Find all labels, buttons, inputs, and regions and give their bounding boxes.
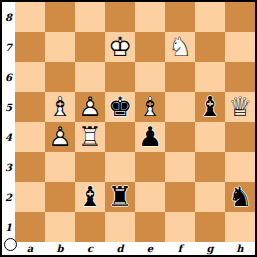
square-e1[interactable]	[135, 212, 165, 242]
piece-white-bishop: ♝♗	[45, 92, 75, 122]
square-g2[interactable]	[195, 182, 225, 212]
square-g1[interactable]	[195, 212, 225, 242]
square-a6[interactable]	[15, 62, 45, 92]
square-g4[interactable]	[195, 122, 225, 152]
square-b2[interactable]	[45, 182, 75, 212]
piece-white-queen: ♛♕	[225, 92, 255, 122]
rank-label-8: 8	[2, 2, 15, 32]
rank-label-4: 4	[2, 122, 15, 152]
square-c4[interactable]: ♜♖	[75, 122, 105, 152]
piece-white-pawn: ♟♙	[45, 122, 75, 152]
square-h7[interactable]	[225, 32, 255, 62]
square-c8[interactable]	[75, 2, 105, 32]
square-h4[interactable]	[225, 122, 255, 152]
square-f8[interactable]	[165, 2, 195, 32]
rank-labels: 87654321	[2, 2, 15, 242]
square-a1[interactable]	[15, 212, 45, 242]
square-e7[interactable]	[135, 32, 165, 62]
square-b3[interactable]	[45, 152, 75, 182]
white-piece-outline: ♗	[45, 92, 75, 122]
square-h1[interactable]	[225, 212, 255, 242]
square-f4[interactable]	[165, 122, 195, 152]
square-b1[interactable]	[45, 212, 75, 242]
square-d7[interactable]: ♚♔	[105, 32, 135, 62]
file-label-c: c	[75, 242, 105, 255]
square-c1[interactable]	[75, 212, 105, 242]
square-a2[interactable]	[15, 182, 45, 212]
square-a5[interactable]	[15, 92, 45, 122]
white-piece-outline: ♖	[75, 122, 105, 152]
square-d6[interactable]	[105, 62, 135, 92]
square-c5[interactable]: ♟♙	[75, 92, 105, 122]
square-f7[interactable]: ♞♘	[165, 32, 195, 62]
chess-board: ♚♔♞♘♝♗♟♙♚♝♗♝♛♕♟♙♜♖♟♝♜♞	[15, 2, 255, 242]
square-c6[interactable]	[75, 62, 105, 92]
file-labels: abcdefgh	[15, 242, 255, 255]
white-piece-outline: ♗	[135, 92, 165, 122]
rank-label-6: 6	[2, 62, 15, 92]
square-d3[interactable]	[105, 152, 135, 182]
square-f3[interactable]	[165, 152, 195, 182]
piece-black-bishop: ♝	[75, 182, 105, 212]
square-e8[interactable]	[135, 2, 165, 32]
square-g8[interactable]	[195, 2, 225, 32]
square-e6[interactable]	[135, 62, 165, 92]
square-a8[interactable]	[15, 2, 45, 32]
square-b4[interactable]: ♟♙	[45, 122, 75, 152]
piece-black-rook: ♜	[105, 182, 135, 212]
square-f2[interactable]	[165, 182, 195, 212]
square-d5[interactable]: ♚	[105, 92, 135, 122]
square-d8[interactable]	[105, 2, 135, 32]
white-piece-outline: ♘	[165, 32, 195, 62]
rank-label-3: 3	[2, 152, 15, 182]
square-d2[interactable]: ♜	[105, 182, 135, 212]
piece-white-king: ♚♔	[105, 32, 135, 62]
file-label-e: e	[135, 242, 165, 255]
square-c2[interactable]: ♝	[75, 182, 105, 212]
square-g3[interactable]	[195, 152, 225, 182]
square-h6[interactable]	[225, 62, 255, 92]
square-f5[interactable]	[165, 92, 195, 122]
piece-white-rook: ♜♖	[75, 122, 105, 152]
rank-label-5: 5	[2, 92, 15, 122]
square-h3[interactable]	[225, 152, 255, 182]
square-e4[interactable]: ♟	[135, 122, 165, 152]
square-h2[interactable]: ♞	[225, 182, 255, 212]
square-e3[interactable]	[135, 152, 165, 182]
rank-label-7: 7	[2, 32, 15, 62]
square-b5[interactable]: ♝♗	[45, 92, 75, 122]
square-g6[interactable]	[195, 62, 225, 92]
piece-black-knight: ♞	[225, 182, 255, 212]
white-piece-outline: ♕	[225, 92, 255, 122]
piece-black-bishop: ♝	[195, 92, 225, 122]
file-label-f: f	[165, 242, 195, 255]
piece-black-pawn: ♟	[135, 122, 165, 152]
square-e2[interactable]	[135, 182, 165, 212]
file-label-h: h	[225, 242, 255, 255]
square-d1[interactable]	[105, 212, 135, 242]
piece-black-king: ♚	[105, 92, 135, 122]
file-label-g: g	[195, 242, 225, 255]
chess-diagram: 87654321 ♚♔♞♘♝♗♟♙♚♝♗♝♛♕♟♙♜♖♟♝♜♞ abcdefgh	[0, 0, 257, 257]
square-a3[interactable]	[15, 152, 45, 182]
white-piece-outline: ♙	[75, 92, 105, 122]
square-b6[interactable]	[45, 62, 75, 92]
square-a7[interactable]	[15, 32, 45, 62]
square-f6[interactable]	[165, 62, 195, 92]
square-d4[interactable]	[105, 122, 135, 152]
square-a4[interactable]	[15, 122, 45, 152]
file-label-a: a	[15, 242, 45, 255]
piece-white-pawn: ♟♙	[75, 92, 105, 122]
white-piece-outline: ♔	[105, 32, 135, 62]
side-to-move-indicator	[4, 238, 17, 251]
piece-white-knight: ♞♘	[165, 32, 195, 62]
square-h8[interactable]	[225, 2, 255, 32]
file-label-b: b	[45, 242, 75, 255]
square-c3[interactable]	[75, 152, 105, 182]
white-piece-outline: ♙	[45, 122, 75, 152]
file-label-d: d	[105, 242, 135, 255]
square-h5[interactable]: ♛♕	[225, 92, 255, 122]
square-f1[interactable]	[165, 212, 195, 242]
square-e5[interactable]: ♝♗	[135, 92, 165, 122]
piece-white-bishop: ♝♗	[135, 92, 165, 122]
square-b7[interactable]	[45, 32, 75, 62]
rank-label-2: 2	[2, 182, 15, 212]
square-g5[interactable]: ♝	[195, 92, 225, 122]
square-g7[interactable]	[195, 32, 225, 62]
square-b8[interactable]	[45, 2, 75, 32]
square-c7[interactable]	[75, 32, 105, 62]
